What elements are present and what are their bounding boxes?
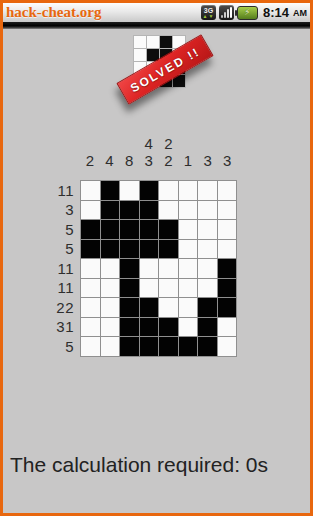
grid-cell-r4c7[interactable] [198,240,217,259]
grid-cell-r5c7[interactable] [198,259,217,278]
grid-cell-r3c7[interactable] [198,220,217,239]
logo-cell [160,36,172,48]
grid-cell-r8c5[interactable] [159,318,178,337]
grid-cell-r9c7[interactable] [198,337,217,356]
clock: 8:14 [263,3,289,22]
grid-cell-r5c2[interactable] [101,259,120,278]
grid-cell-r1c7[interactable] [198,181,217,200]
row-clue-7: 22 [30,298,77,317]
grid-cell-r6c1[interactable] [81,279,100,298]
grid-cell-r1c4[interactable] [140,181,159,200]
column-clue-5: 22 [159,123,179,169]
grid-cell-r8c8[interactable] [218,318,237,337]
grid-cell-r1c5[interactable] [159,181,178,200]
calculation-time-text: The calculation required: 0s [10,453,305,477]
logo-cell [147,36,159,48]
grid-cell-r9c8[interactable] [218,337,237,356]
grid-cell-r6c5[interactable] [159,279,178,298]
grid-cell-r1c1[interactable] [81,181,100,200]
grid-cell-r3c4[interactable] [140,220,159,239]
watermark-site-label: hack-cheat.org [6,3,201,22]
grid-cell-r7c4[interactable] [140,298,159,317]
column-clue-7: 3 [198,123,218,169]
column-clue-3: 8 [119,123,139,169]
grid-cell-r9c1[interactable] [81,337,100,356]
column-clues: 2484322133 [80,123,237,169]
grid-cell-r4c5[interactable] [159,240,178,259]
grid-cell-r4c1[interactable] [81,240,100,259]
grid-cell-r7c3[interactable] [120,298,139,317]
grid-cell-r6c4[interactable] [140,279,159,298]
grid-cell-r8c3[interactable] [120,318,139,337]
grid-cell-r4c2[interactable] [101,240,120,259]
logo-cell [134,36,146,48]
clock-period: AM [293,8,307,18]
3g-network-icon: 3G ▲▼ [201,5,216,20]
row-clues: 11355111122315 [30,180,77,357]
grid-cell-r7c2[interactable] [101,298,120,317]
grid-cell-r2c4[interactable] [140,201,159,220]
grid-cell-r3c5[interactable] [159,220,178,239]
grid-cell-r2c8[interactable] [218,201,237,220]
grid-cell-r6c2[interactable] [101,279,120,298]
grid-cell-r2c1[interactable] [81,201,100,220]
grid-cell-r2c6[interactable] [179,201,198,220]
grid-cell-r9c6[interactable] [179,337,198,356]
grid-cell-r9c4[interactable] [140,337,159,356]
column-clue-1: 2 [80,123,100,169]
grid-cell-r6c7[interactable] [198,279,217,298]
grid-cell-r5c8[interactable] [218,259,237,278]
grid-cell-r6c6[interactable] [179,279,198,298]
grid-cell-r3c3[interactable] [120,220,139,239]
column-clue-8: 3 [217,123,237,169]
nonogram-grid [80,180,237,357]
grid-cell-r9c2[interactable] [101,337,120,356]
row-clue-1: 11 [30,181,77,200]
column-clue-6: 1 [178,123,198,169]
row-clue-5: 11 [30,259,77,278]
row-clue-9: 5 [30,337,77,356]
row-clue-6: 11 [30,279,77,298]
grid-cell-r3c1[interactable] [81,220,100,239]
status-icons: 3G ▲▼ ⚡ 8:14 AM [201,3,307,22]
grid-cell-r6c3[interactable] [120,279,139,298]
app-logo: SOLVED !! [130,33,200,99]
column-clue-2: 4 [100,123,120,169]
grid-cell-r2c2[interactable] [101,201,120,220]
grid-cell-r7c7[interactable] [198,298,217,317]
grid-cell-r4c8[interactable] [218,240,237,259]
row-clue-8: 31 [30,318,77,337]
grid-cell-r8c1[interactable] [81,318,100,337]
grid-cell-r3c2[interactable] [101,220,120,239]
grid-cell-r1c3[interactable] [120,181,139,200]
grid-cell-r5c1[interactable] [81,259,100,278]
screen: hack-cheat.org 3G ▲▼ ⚡ 8:14 AM SOLVED !!… [0,0,313,516]
statusbar-shadow [3,22,310,29]
grid-cell-r5c4[interactable] [140,259,159,278]
status-bar: hack-cheat.org 3G ▲▼ ⚡ 8:14 AM [3,3,310,22]
grid-cell-r1c6[interactable] [179,181,198,200]
row-clue-2: 3 [30,201,77,220]
charging-bolt-icon: ⚡ [244,8,250,17]
grid-cell-r1c2[interactable] [101,181,120,200]
logo-cell [134,49,146,61]
data-arrows-icon: ▲▼ [203,14,215,19]
column-clue-4: 43 [139,123,159,169]
grid-cell-r5c6[interactable] [179,259,198,278]
grid-cell-r7c8[interactable] [218,298,237,317]
grid-cell-r2c5[interactable] [159,201,178,220]
battery-charging-icon: ⚡ [237,6,258,20]
grid-cell-r9c3[interactable] [120,337,139,356]
grid-cell-r2c3[interactable] [120,201,139,220]
grid-cell-r8c4[interactable] [140,318,159,337]
grid-cell-r2c7[interactable] [198,201,217,220]
signal-strength-icon [219,5,234,20]
grid-cell-r9c5[interactable] [159,337,178,356]
grid-cell-r8c6[interactable] [179,318,198,337]
grid-cell-r4c6[interactable] [179,240,198,259]
row-clue-3: 5 [30,220,77,239]
grid-cell-r3c8[interactable] [218,220,237,239]
grid-cell-r7c6[interactable] [179,298,198,317]
grid-cell-r4c4[interactable] [140,240,159,259]
grid-cell-r7c5[interactable] [159,298,178,317]
row-clue-4: 5 [30,240,77,259]
grid-cell-r5c3[interactable] [120,259,139,278]
grid-cell-r8c2[interactable] [101,318,120,337]
grid-cell-r8c7[interactable] [198,318,217,337]
grid-cell-r1c8[interactable] [218,181,237,200]
grid-cell-r5c5[interactable] [159,259,178,278]
grid-cell-r3c6[interactable] [179,220,198,239]
grid-cell-r6c8[interactable] [218,279,237,298]
grid-cell-r4c3[interactable] [120,240,139,259]
grid-cell-r7c1[interactable] [81,298,100,317]
